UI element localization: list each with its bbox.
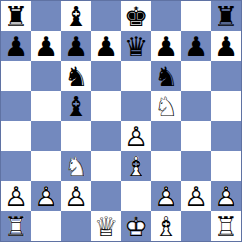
square-g4[interactable] [181, 121, 211, 151]
white-piece-outline: ♘ [61, 151, 91, 181]
piece-black-knight[interactable]: ♞ [151, 61, 181, 91]
white-piece-outline: ♙ [1, 181, 31, 211]
square-g6[interactable] [181, 61, 211, 91]
square-e6[interactable] [121, 61, 151, 91]
square-g7[interactable]: ♟ [181, 31, 211, 61]
square-a7[interactable]: ♟ [1, 31, 31, 61]
square-f7[interactable]: ♟ [151, 31, 181, 61]
square-h1[interactable]: ♜♖ [211, 211, 241, 241]
square-a8[interactable]: ♜ [1, 1, 31, 31]
square-b7[interactable]: ♟ [31, 31, 61, 61]
square-f6[interactable]: ♞ [151, 61, 181, 91]
square-e2[interactable] [121, 181, 151, 211]
square-c7[interactable]: ♟ [61, 31, 91, 61]
white-piece-outline: ♗ [121, 151, 151, 181]
white-piece-outline: ♙ [211, 181, 241, 211]
square-a3[interactable] [1, 151, 31, 181]
square-h5[interactable] [211, 91, 241, 121]
square-d3[interactable] [91, 151, 121, 181]
square-h8[interactable]: ♜ [211, 1, 241, 31]
piece-white-king[interactable]: ♚♔ [121, 211, 151, 241]
square-f5[interactable]: ♞♘ [151, 91, 181, 121]
piece-black-pawn[interactable]: ♟ [91, 31, 121, 61]
square-g8[interactable] [181, 1, 211, 31]
piece-black-pawn[interactable]: ♟ [1, 31, 31, 61]
white-piece-outline: ♙ [61, 181, 91, 211]
square-d6[interactable] [91, 61, 121, 91]
white-piece-outline: ♖ [211, 211, 241, 241]
piece-black-bishop[interactable]: ♝ [61, 1, 91, 31]
piece-black-pawn[interactable]: ♟ [151, 31, 181, 61]
piece-black-pawn[interactable]: ♟ [211, 31, 241, 61]
square-c5[interactable]: ♝ [61, 91, 91, 121]
square-d7[interactable]: ♟ [91, 31, 121, 61]
white-piece-outline: ♙ [31, 181, 61, 211]
piece-black-pawn[interactable]: ♟ [61, 31, 91, 61]
square-h3[interactable] [211, 151, 241, 181]
square-b6[interactable] [31, 61, 61, 91]
piece-white-pawn[interactable]: ♟♙ [61, 181, 91, 211]
white-piece-outline: ♙ [151, 181, 181, 211]
piece-white-rook[interactable]: ♜♖ [211, 211, 241, 241]
piece-white-bishop[interactable]: ♝♗ [121, 151, 151, 181]
square-g5[interactable] [181, 91, 211, 121]
white-piece-outline: ♔ [121, 211, 151, 241]
piece-white-knight[interactable]: ♞♘ [151, 91, 181, 121]
square-d1[interactable]: ♛♕ [91, 211, 121, 241]
square-a4[interactable] [1, 121, 31, 151]
square-c1[interactable] [61, 211, 91, 241]
piece-white-queen[interactable]: ♛♕ [91, 211, 121, 241]
white-piece-outline: ♘ [151, 91, 181, 121]
piece-black-pawn[interactable]: ♟ [181, 31, 211, 61]
square-c3[interactable]: ♞♘ [61, 151, 91, 181]
square-g2[interactable]: ♟♙ [181, 181, 211, 211]
square-b3[interactable] [31, 151, 61, 181]
square-h4[interactable] [211, 121, 241, 151]
piece-black-bishop[interactable]: ♝ [61, 91, 91, 121]
chess-board: ♜♝♚♜♟♟♟♟♛♟♟♟♞♞♝♞♘♟♙♞♘♝♗♟♙♟♙♟♙♟♙♟♙♟♙♜♖♛♕♚… [0, 0, 242, 242]
piece-black-knight[interactable]: ♞ [61, 61, 91, 91]
piece-white-knight[interactable]: ♞♘ [61, 151, 91, 181]
square-h2[interactable]: ♟♙ [211, 181, 241, 211]
piece-white-pawn[interactable]: ♟♙ [181, 181, 211, 211]
square-e5[interactable] [121, 91, 151, 121]
square-g1[interactable] [181, 211, 211, 241]
piece-white-pawn[interactable]: ♟♙ [151, 181, 181, 211]
piece-black-rook[interactable]: ♜ [211, 1, 241, 31]
piece-white-pawn[interactable]: ♟♙ [211, 181, 241, 211]
square-a5[interactable] [1, 91, 31, 121]
square-f3[interactable] [151, 151, 181, 181]
white-piece-outline: ♖ [1, 211, 31, 241]
square-a2[interactable]: ♟♙ [1, 181, 31, 211]
square-d4[interactable] [91, 121, 121, 151]
piece-white-bishop[interactable]: ♝♗ [151, 211, 181, 241]
square-c2[interactable]: ♟♙ [61, 181, 91, 211]
piece-white-pawn[interactable]: ♟♙ [121, 121, 151, 151]
square-d5[interactable] [91, 91, 121, 121]
square-f4[interactable] [151, 121, 181, 151]
square-g3[interactable] [181, 151, 211, 181]
white-piece-outline: ♕ [91, 211, 121, 241]
square-f8[interactable] [151, 1, 181, 31]
square-h7[interactable]: ♟ [211, 31, 241, 61]
square-e3[interactable]: ♝♗ [121, 151, 151, 181]
white-piece-outline: ♗ [151, 211, 181, 241]
square-c8[interactable]: ♝ [61, 1, 91, 31]
square-d2[interactable] [91, 181, 121, 211]
square-e1[interactable]: ♚♔ [121, 211, 151, 241]
piece-black-rook[interactable]: ♜ [1, 1, 31, 31]
square-b2[interactable]: ♟♙ [31, 181, 61, 211]
square-f2[interactable]: ♟♙ [151, 181, 181, 211]
square-c4[interactable] [61, 121, 91, 151]
piece-white-rook[interactable]: ♜♖ [1, 211, 31, 241]
piece-black-pawn[interactable]: ♟ [31, 31, 61, 61]
piece-black-queen[interactable]: ♛ [121, 31, 151, 61]
piece-black-king[interactable]: ♚ [121, 1, 151, 31]
square-e4[interactable]: ♟♙ [121, 121, 151, 151]
piece-white-pawn[interactable]: ♟♙ [1, 181, 31, 211]
square-c6[interactable]: ♞ [61, 61, 91, 91]
white-piece-outline: ♙ [121, 121, 151, 151]
square-a1[interactable]: ♜♖ [1, 211, 31, 241]
square-h6[interactable] [211, 61, 241, 91]
square-f1[interactable]: ♝♗ [151, 211, 181, 241]
square-d8[interactable] [91, 1, 121, 31]
piece-white-pawn[interactable]: ♟♙ [31, 181, 61, 211]
square-b4[interactable] [31, 121, 61, 151]
square-e7[interactable]: ♛ [121, 31, 151, 61]
square-e8[interactable]: ♚ [121, 1, 151, 31]
square-b5[interactable] [31, 91, 61, 121]
square-a6[interactable] [1, 61, 31, 91]
square-b1[interactable] [31, 211, 61, 241]
white-piece-outline: ♙ [181, 181, 211, 211]
square-b8[interactable] [31, 1, 61, 31]
